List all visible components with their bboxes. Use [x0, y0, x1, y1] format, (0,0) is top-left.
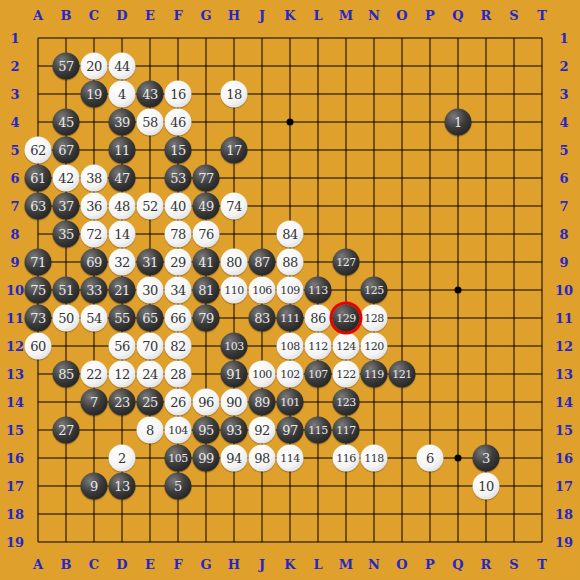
stone-D13: 12 [109, 361, 136, 388]
stone-D5: 11 [109, 137, 136, 164]
stone-J14: 89 [249, 389, 276, 416]
stone-L12: 112 [305, 333, 332, 360]
stone-K15: 97 [277, 417, 304, 444]
stone-F14: 26 [165, 389, 192, 416]
col-label-bottom-T: T [537, 558, 547, 571]
stone-F9: 29 [165, 249, 192, 276]
stone-B8: 35 [53, 221, 80, 248]
col-label-bottom-M: M [339, 558, 353, 571]
row-label-left-13: 13 [6, 368, 24, 381]
stone-H10: 110 [221, 277, 248, 304]
col-label-bottom-D: D [116, 558, 127, 571]
col-label-bottom-G: G [200, 558, 211, 571]
col-label-top-F: F [173, 9, 182, 22]
stone-H7: 74 [221, 193, 248, 220]
row-label-left-9: 9 [10, 256, 19, 269]
col-label-top-M: M [339, 9, 353, 22]
row-label-right-4: 4 [559, 116, 568, 129]
col-label-bottom-C: C [89, 558, 99, 571]
stone-M16: 116 [333, 445, 360, 472]
col-label-bottom-N: N [368, 558, 380, 571]
row-label-left-14: 14 [6, 396, 24, 409]
stone-C17: 9 [81, 473, 108, 500]
col-label-top-L: L [313, 9, 322, 22]
stone-C3: 19 [81, 81, 108, 108]
stone-D6: 47 [109, 165, 136, 192]
stone-D9: 32 [109, 249, 136, 276]
stone-B2: 57 [53, 53, 80, 80]
stone-G16: 99 [193, 445, 220, 472]
row-label-left-8: 8 [10, 228, 19, 241]
col-label-bottom-L: L [313, 558, 322, 571]
stone-K12: 108 [277, 333, 304, 360]
row-label-right-7: 7 [559, 200, 568, 213]
col-label-bottom-B: B [61, 558, 72, 571]
stone-M12: 124 [333, 333, 360, 360]
stone-M15: 117 [333, 417, 360, 444]
stone-G15: 95 [193, 417, 220, 444]
stone-N12: 120 [361, 333, 388, 360]
stone-D2: 44 [109, 53, 136, 80]
col-label-top-B: B [61, 9, 72, 22]
col-label-top-T: T [537, 9, 547, 22]
row-label-right-18: 18 [555, 508, 573, 521]
stone-D8: 14 [109, 221, 136, 248]
stone-H15: 93 [221, 417, 248, 444]
col-label-bottom-H: H [228, 558, 240, 571]
stone-C2: 20 [81, 53, 108, 80]
row-label-left-18: 18 [6, 508, 24, 521]
stone-A11: 73 [25, 305, 52, 332]
col-label-top-H: H [228, 9, 240, 22]
col-label-top-G: G [200, 9, 211, 22]
stone-F5: 15 [165, 137, 192, 164]
col-label-bottom-K: K [284, 558, 295, 571]
stone-M13: 122 [333, 361, 360, 388]
stone-K13: 102 [277, 361, 304, 388]
stone-F17: 5 [165, 473, 192, 500]
row-label-left-16: 16 [6, 452, 24, 465]
stone-K10: 109 [277, 277, 304, 304]
stone-C8: 72 [81, 221, 108, 248]
row-label-right-1: 1 [559, 32, 568, 45]
row-label-right-14: 14 [555, 396, 573, 409]
stone-H9: 80 [221, 249, 248, 276]
stone-K16: 114 [277, 445, 304, 472]
stone-D11: 55 [109, 305, 136, 332]
col-label-bottom-S: S [509, 558, 518, 571]
col-label-bottom-Q: Q [452, 558, 463, 571]
stone-K14: 101 [277, 389, 304, 416]
stone-L15: 115 [305, 417, 332, 444]
row-label-right-19: 19 [555, 536, 573, 549]
stone-E13: 24 [137, 361, 164, 388]
col-label-top-P: P [425, 9, 435, 22]
stone-D4: 39 [109, 109, 136, 136]
stone-D3: 4 [109, 81, 136, 108]
row-label-left-1: 1 [10, 32, 19, 45]
col-label-bottom-R: R [481, 558, 492, 571]
stone-B5: 67 [53, 137, 80, 164]
stone-K11: 111 [277, 305, 304, 332]
stone-N10: 125 [361, 277, 388, 304]
stone-F6: 53 [165, 165, 192, 192]
stone-E7: 52 [137, 193, 164, 220]
stone-D10: 21 [109, 277, 136, 304]
row-label-left-6: 6 [10, 172, 19, 185]
stone-H16: 94 [221, 445, 248, 472]
stone-B4: 45 [53, 109, 80, 136]
col-label-top-K: K [284, 9, 295, 22]
row-label-left-2: 2 [10, 60, 19, 73]
row-label-left-5: 5 [10, 144, 19, 157]
stone-C9: 69 [81, 249, 108, 276]
stone-E4: 58 [137, 109, 164, 136]
stone-M11: 129 [333, 305, 360, 332]
stone-N16: 118 [361, 445, 388, 472]
stone-Q4: 1 [445, 109, 472, 136]
stone-F4: 46 [165, 109, 192, 136]
row-label-right-6: 6 [559, 172, 568, 185]
stone-E9: 31 [137, 249, 164, 276]
col-label-top-N: N [368, 9, 380, 22]
stone-H5: 17 [221, 137, 248, 164]
col-label-bottom-F: F [173, 558, 182, 571]
stone-B6: 42 [53, 165, 80, 192]
stone-D7: 48 [109, 193, 136, 220]
stone-F13: 28 [165, 361, 192, 388]
stone-A10: 75 [25, 277, 52, 304]
stone-P16: 6 [417, 445, 444, 472]
stone-C10: 33 [81, 277, 108, 304]
stone-E15: 8 [137, 417, 164, 444]
stone-J10: 106 [249, 277, 276, 304]
stone-O13: 121 [389, 361, 416, 388]
stone-R16: 3 [473, 445, 500, 472]
row-label-right-2: 2 [559, 60, 568, 73]
stone-K8: 84 [277, 221, 304, 248]
stone-D12: 56 [109, 333, 136, 360]
stone-L10: 113 [305, 277, 332, 304]
row-label-right-15: 15 [555, 424, 573, 437]
col-label-top-D: D [116, 9, 127, 22]
stone-D16: 2 [109, 445, 136, 472]
stone-C14: 7 [81, 389, 108, 416]
row-label-left-7: 7 [10, 200, 19, 213]
row-label-left-4: 4 [10, 116, 19, 129]
stone-M9: 127 [333, 249, 360, 276]
stone-E10: 30 [137, 277, 164, 304]
stone-J15: 92 [249, 417, 276, 444]
stone-J9: 87 [249, 249, 276, 276]
row-label-left-10: 10 [6, 284, 24, 297]
stone-N13: 119 [361, 361, 388, 388]
stone-A12: 60 [25, 333, 52, 360]
stone-L13: 107 [305, 361, 332, 388]
row-label-right-3: 3 [559, 88, 568, 101]
col-label-top-O: O [396, 9, 407, 22]
row-label-left-11: 11 [6, 312, 24, 325]
stone-F11: 66 [165, 305, 192, 332]
col-label-bottom-A: A [33, 558, 43, 571]
stone-K9: 88 [277, 249, 304, 276]
stone-B15: 27 [53, 417, 80, 444]
col-label-top-J: J [259, 9, 265, 22]
row-label-left-12: 12 [6, 340, 24, 353]
stone-E11: 65 [137, 305, 164, 332]
stone-R17: 10 [473, 473, 500, 500]
stone-A6: 61 [25, 165, 52, 192]
row-label-right-13: 13 [555, 368, 573, 381]
col-label-top-A: A [33, 9, 43, 22]
stone-D14: 23 [109, 389, 136, 416]
row-label-left-17: 17 [6, 480, 24, 493]
stone-B11: 50 [53, 305, 80, 332]
col-label-top-Q: Q [452, 9, 463, 22]
stone-J16: 98 [249, 445, 276, 472]
row-label-right-17: 17 [555, 480, 573, 493]
stone-M14: 123 [333, 389, 360, 416]
stone-A9: 71 [25, 249, 52, 276]
stone-G6: 77 [193, 165, 220, 192]
row-label-left-3: 3 [10, 88, 19, 101]
stone-J11: 83 [249, 305, 276, 332]
stone-B10: 51 [53, 277, 80, 304]
stone-G14: 96 [193, 389, 220, 416]
stone-F16: 105 [165, 445, 192, 472]
row-label-right-9: 9 [559, 256, 568, 269]
stone-L11: 86 [305, 305, 332, 332]
row-label-right-12: 12 [555, 340, 573, 353]
stone-H13: 91 [221, 361, 248, 388]
stone-G10: 81 [193, 277, 220, 304]
stone-C11: 54 [81, 305, 108, 332]
row-label-right-5: 5 [559, 144, 568, 157]
stone-C7: 36 [81, 193, 108, 220]
row-label-right-8: 8 [559, 228, 568, 241]
stone-G11: 79 [193, 305, 220, 332]
stone-E12: 70 [137, 333, 164, 360]
row-label-right-11: 11 [555, 312, 573, 325]
stone-B7: 37 [53, 193, 80, 220]
col-label-bottom-O: O [396, 558, 407, 571]
stone-F7: 40 [165, 193, 192, 220]
stone-F15: 104 [165, 417, 192, 444]
stone-H12: 103 [221, 333, 248, 360]
stone-C13: 22 [81, 361, 108, 388]
stone-F3: 16 [165, 81, 192, 108]
stone-H3: 18 [221, 81, 248, 108]
stone-E14: 25 [137, 389, 164, 416]
col-label-top-E: E [145, 9, 155, 22]
stone-F10: 34 [165, 277, 192, 304]
stone-B13: 85 [53, 361, 80, 388]
stone-H14: 90 [221, 389, 248, 416]
row-label-left-19: 19 [6, 536, 24, 549]
go-board[interactable]: ABCDEFGHJKLMNOPQRST ABCDEFGHJKLMNOPQRST … [0, 0, 580, 580]
stone-J13: 100 [249, 361, 276, 388]
col-label-bottom-E: E [145, 558, 155, 571]
col-label-bottom-J: J [259, 558, 265, 571]
col-label-top-S: S [509, 9, 518, 22]
stone-G8: 76 [193, 221, 220, 248]
stone-G7: 49 [193, 193, 220, 220]
row-label-left-15: 15 [6, 424, 24, 437]
col-label-bottom-P: P [425, 558, 435, 571]
stone-E3: 43 [137, 81, 164, 108]
stone-G9: 41 [193, 249, 220, 276]
row-label-right-16: 16 [555, 452, 573, 465]
stone-N11: 128 [361, 305, 388, 332]
stone-A7: 63 [25, 193, 52, 220]
row-label-right-10: 10 [555, 284, 573, 297]
stone-C6: 38 [81, 165, 108, 192]
stone-F12: 82 [165, 333, 192, 360]
col-label-top-R: R [481, 9, 492, 22]
stone-A5: 62 [25, 137, 52, 164]
col-label-top-C: C [89, 9, 99, 22]
stone-F8: 78 [165, 221, 192, 248]
stone-D17: 13 [109, 473, 136, 500]
